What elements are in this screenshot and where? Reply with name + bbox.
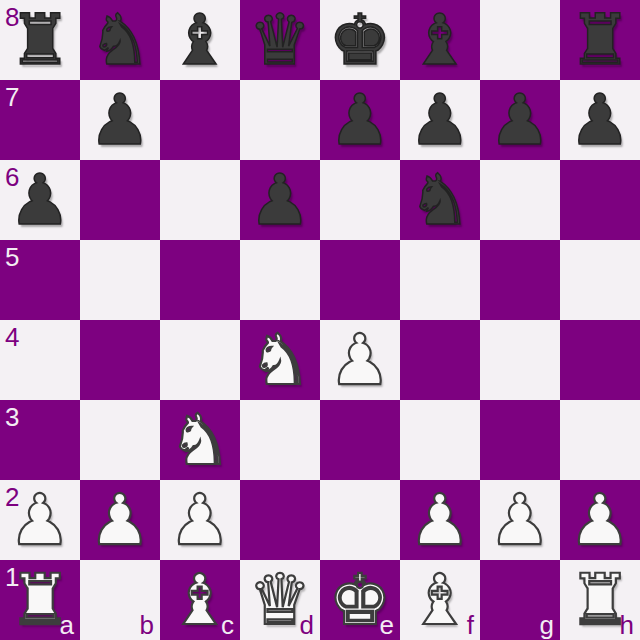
square-e1[interactable]: e♚ bbox=[320, 560, 400, 640]
square-d4[interactable]: ♞ bbox=[240, 320, 320, 400]
rank-label-5: 5 bbox=[5, 244, 19, 270]
square-c4[interactable] bbox=[160, 320, 240, 400]
square-a4[interactable]: 4 bbox=[0, 320, 80, 400]
square-e4[interactable]: ♟ bbox=[320, 320, 400, 400]
file-label-g: g bbox=[540, 612, 554, 638]
square-g3[interactable] bbox=[480, 400, 560, 480]
square-b1[interactable]: b bbox=[80, 560, 160, 640]
square-d8[interactable]: ♛ bbox=[240, 0, 320, 80]
black-rook-piece[interactable]: ♜ bbox=[569, 0, 632, 80]
square-g2[interactable]: ♟ bbox=[480, 480, 560, 560]
black-pawn-piece[interactable]: ♟ bbox=[409, 80, 472, 160]
square-c3[interactable]: ♞ bbox=[160, 400, 240, 480]
black-pawn-piece[interactable]: ♟ bbox=[9, 160, 72, 240]
white-pawn-piece[interactable]: ♟ bbox=[329, 320, 392, 400]
black-knight-piece[interactable]: ♞ bbox=[409, 160, 472, 240]
square-f6[interactable]: ♞ bbox=[400, 160, 480, 240]
file-label-b: b bbox=[140, 612, 154, 638]
square-b6[interactable] bbox=[80, 160, 160, 240]
square-a2[interactable]: 2♟ bbox=[0, 480, 80, 560]
black-pawn-piece[interactable]: ♟ bbox=[569, 80, 632, 160]
square-h2[interactable]: ♟ bbox=[560, 480, 640, 560]
white-pawn-piece[interactable]: ♟ bbox=[409, 480, 472, 560]
square-h4[interactable] bbox=[560, 320, 640, 400]
rank-label-7: 7 bbox=[5, 84, 19, 110]
square-d1[interactable]: d♛ bbox=[240, 560, 320, 640]
square-f4[interactable] bbox=[400, 320, 480, 400]
square-h1[interactable]: h♜ bbox=[560, 560, 640, 640]
black-pawn-piece[interactable]: ♟ bbox=[329, 80, 392, 160]
white-rook-piece[interactable]: ♜ bbox=[569, 560, 632, 640]
square-f3[interactable] bbox=[400, 400, 480, 480]
black-bishop-piece[interactable]: ♝ bbox=[169, 0, 232, 80]
black-rook-piece[interactable]: ♜ bbox=[9, 0, 72, 80]
square-f1[interactable]: f♝ bbox=[400, 560, 480, 640]
square-a5[interactable]: 5 bbox=[0, 240, 80, 320]
square-c2[interactable]: ♟ bbox=[160, 480, 240, 560]
square-a1[interactable]: 1a♜ bbox=[0, 560, 80, 640]
black-queen-piece[interactable]: ♛ bbox=[249, 0, 312, 80]
white-king-piece[interactable]: ♚ bbox=[329, 560, 392, 640]
square-f2[interactable]: ♟ bbox=[400, 480, 480, 560]
white-queen-piece[interactable]: ♛ bbox=[249, 560, 312, 640]
white-pawn-piece[interactable]: ♟ bbox=[569, 480, 632, 560]
black-knight-piece[interactable]: ♞ bbox=[89, 0, 152, 80]
square-f7[interactable]: ♟ bbox=[400, 80, 480, 160]
square-b4[interactable] bbox=[80, 320, 160, 400]
white-knight-piece[interactable]: ♞ bbox=[249, 320, 312, 400]
square-f8[interactable]: ♝ bbox=[400, 0, 480, 80]
white-bishop-piece[interactable]: ♝ bbox=[169, 560, 232, 640]
white-bishop-piece[interactable]: ♝ bbox=[409, 560, 472, 640]
white-pawn-piece[interactable]: ♟ bbox=[169, 480, 232, 560]
square-a6[interactable]: 6♟ bbox=[0, 160, 80, 240]
square-f5[interactable] bbox=[400, 240, 480, 320]
white-pawn-piece[interactable]: ♟ bbox=[489, 480, 552, 560]
white-knight-piece[interactable]: ♞ bbox=[169, 400, 232, 480]
square-a7[interactable]: 7 bbox=[0, 80, 80, 160]
square-e3[interactable] bbox=[320, 400, 400, 480]
square-d5[interactable] bbox=[240, 240, 320, 320]
black-pawn-piece[interactable]: ♟ bbox=[489, 80, 552, 160]
square-g5[interactable] bbox=[480, 240, 560, 320]
black-pawn-piece[interactable]: ♟ bbox=[249, 160, 312, 240]
square-d2[interactable] bbox=[240, 480, 320, 560]
square-h7[interactable]: ♟ bbox=[560, 80, 640, 160]
white-pawn-piece[interactable]: ♟ bbox=[9, 480, 72, 560]
square-h6[interactable] bbox=[560, 160, 640, 240]
black-king-piece[interactable]: ♚ bbox=[329, 0, 392, 80]
rank-label-4: 4 bbox=[5, 324, 19, 350]
rank-label-3: 3 bbox=[5, 404, 19, 430]
square-c6[interactable] bbox=[160, 160, 240, 240]
square-g8[interactable] bbox=[480, 0, 560, 80]
square-c5[interactable] bbox=[160, 240, 240, 320]
square-b3[interactable] bbox=[80, 400, 160, 480]
square-g7[interactable]: ♟ bbox=[480, 80, 560, 160]
square-a8[interactable]: 8♜ bbox=[0, 0, 80, 80]
white-pawn-piece[interactable]: ♟ bbox=[89, 480, 152, 560]
square-g1[interactable]: g bbox=[480, 560, 560, 640]
square-a3[interactable]: 3 bbox=[0, 400, 80, 480]
square-g4[interactable] bbox=[480, 320, 560, 400]
chess-board: 8♜♞♝♛♚♝♜7♟♟♟♟♟6♟♟♞54♞♟3♞2♟♟♟♟♟♟1a♜bc♝d♛e… bbox=[0, 0, 640, 640]
square-e6[interactable] bbox=[320, 160, 400, 240]
square-b2[interactable]: ♟ bbox=[80, 480, 160, 560]
square-b5[interactable] bbox=[80, 240, 160, 320]
square-d3[interactable] bbox=[240, 400, 320, 480]
square-e7[interactable]: ♟ bbox=[320, 80, 400, 160]
square-h8[interactable]: ♜ bbox=[560, 0, 640, 80]
square-h5[interactable] bbox=[560, 240, 640, 320]
white-rook-piece[interactable]: ♜ bbox=[9, 560, 72, 640]
square-g6[interactable] bbox=[480, 160, 560, 240]
square-b7[interactable]: ♟ bbox=[80, 80, 160, 160]
black-bishop-piece[interactable]: ♝ bbox=[409, 0, 472, 80]
square-e2[interactable] bbox=[320, 480, 400, 560]
square-b8[interactable]: ♞ bbox=[80, 0, 160, 80]
square-e8[interactable]: ♚ bbox=[320, 0, 400, 80]
black-pawn-piece[interactable]: ♟ bbox=[89, 80, 152, 160]
square-e5[interactable] bbox=[320, 240, 400, 320]
square-c1[interactable]: c♝ bbox=[160, 560, 240, 640]
square-c7[interactable] bbox=[160, 80, 240, 160]
square-h3[interactable] bbox=[560, 400, 640, 480]
square-d7[interactable] bbox=[240, 80, 320, 160]
square-c8[interactable]: ♝ bbox=[160, 0, 240, 80]
square-d6[interactable]: ♟ bbox=[240, 160, 320, 240]
